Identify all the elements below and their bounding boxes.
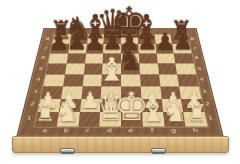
piece-white-rook-h1[interactable]: ♜ [186,102,208,126]
square-b6[interactable] [66,53,85,63]
latch-icon [151,148,166,154]
chess-board: ♜♞♝♛♚♝♜♟♟♟♟♟♟♟♟♞♝♟♟♟♟♟♟♟♟♜♞♛♚♝♞♜ abcdefg… [16,28,223,136]
piece-white-knight-b1[interactable]: ♞ [54,97,80,126]
piece-black-pawn-h7[interactable]: ♟ [172,29,193,52]
piece-white-bishop-d4[interactable]: ♝ [97,54,126,86]
square-h7[interactable]: ♟ [172,44,191,54]
board-grid: ♜♞♝♛♚♝♜♟♟♟♟♟♟♟♟♞♝♟♟♟♟♟♟♟♟♜♞♛♚♝♞♜ [35,34,208,126]
board-front-apron [12,136,229,153]
square-g7[interactable]: ♟ [155,44,174,54]
square-b4[interactable] [63,75,84,87]
square-h1[interactable]: ♜ [184,112,208,126]
board-border: ♜♞♝♛♚♝♜♟♟♟♟♟♟♟♟♞♝♟♟♟♟♟♟♟♟♜♞♛♚♝♞♜ abcdefg… [16,28,223,136]
square-b1[interactable]: ♞ [56,112,79,126]
square-a5[interactable] [46,64,67,75]
chess-set-photo: ♜♞♝♛♚♝♜♟♟♟♟♟♟♟♟♞♝♟♟♟♟♟♟♟♟♜♞♛♚♝♞♜ abcdefg… [0,0,240,164]
latch-icon [60,148,75,154]
rank-label-6: 6 [36,53,51,63]
piece-white-knight-g1[interactable]: ♞ [162,97,188,126]
square-g1[interactable]: ♞ [163,112,186,126]
square-f1[interactable]: ♝ [142,112,164,126]
square-b5[interactable] [65,64,85,75]
square-a6[interactable] [48,53,68,63]
rank-label-6: 6 [190,53,205,63]
square-g4[interactable] [159,75,180,87]
square-g6[interactable] [156,53,175,63]
square-a4[interactable] [43,75,64,87]
square-g5[interactable] [157,64,177,75]
